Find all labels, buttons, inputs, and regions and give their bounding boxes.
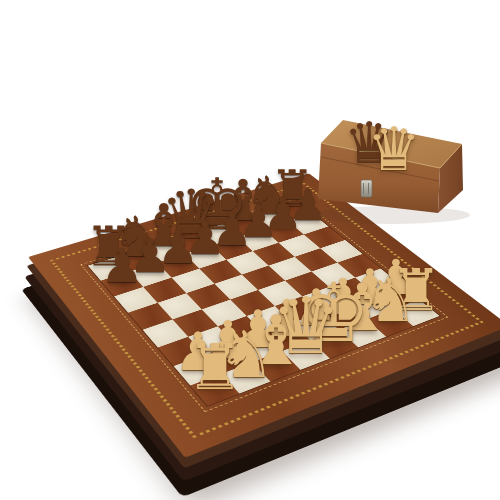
- piece-light-rook-a1[interactable]: ♜: [186, 336, 243, 399]
- extra-light-queen-on-box[interactable]: ♛: [367, 119, 421, 179]
- box-shadow: [314, 206, 470, 224]
- chess-set-photo: ♛ ♛ ♜♞♝♛♚♝♞♜♟♟♟♟♟♟♟♟♟♟♟♟♟♟♟♟♜♞♝♛♚♝♞♜: [0, 0, 500, 500]
- piece-dark-pawn-a7[interactable]: ♟: [101, 241, 144, 289]
